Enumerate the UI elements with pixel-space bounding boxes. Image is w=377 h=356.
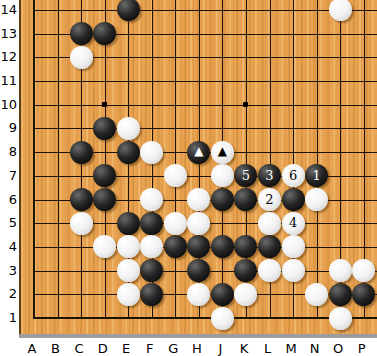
column-label: O bbox=[328, 341, 348, 356]
white-stone[interactable]: 6 bbox=[282, 164, 305, 187]
white-stone[interactable] bbox=[211, 164, 234, 187]
row-label: 6 bbox=[0, 193, 17, 207]
black-stone[interactable] bbox=[187, 259, 210, 282]
row-label: 3 bbox=[0, 264, 17, 278]
row-label: 7 bbox=[0, 169, 17, 183]
star-point bbox=[243, 102, 248, 107]
triangle-mark-icon: ▲ bbox=[218, 145, 227, 157]
grid-horizontal-line bbox=[33, 10, 377, 11]
white-stone[interactable] bbox=[164, 212, 187, 235]
column-label: D bbox=[93, 341, 113, 356]
white-stone[interactable] bbox=[234, 283, 257, 306]
black-stone[interactable]: 3 bbox=[258, 164, 281, 187]
row-label: 11 bbox=[0, 74, 17, 88]
black-stone[interactable] bbox=[211, 188, 234, 211]
move-number-label: 2 bbox=[265, 193, 273, 206]
white-stone[interactable] bbox=[187, 283, 210, 306]
column-label: L bbox=[258, 341, 278, 356]
triangle-mark-icon: ▲ bbox=[194, 145, 203, 157]
row-label: 2 bbox=[0, 287, 17, 301]
row-label: 4 bbox=[0, 240, 17, 254]
white-stone[interactable] bbox=[117, 235, 140, 258]
black-stone[interactable] bbox=[234, 235, 257, 258]
grid-horizontal-line bbox=[33, 128, 377, 129]
column-label: F bbox=[140, 341, 160, 356]
black-stone[interactable] bbox=[187, 235, 210, 258]
row-label: 5 bbox=[0, 216, 17, 230]
black-stone[interactable] bbox=[234, 259, 257, 282]
star-point bbox=[102, 102, 107, 107]
move-number-label: 4 bbox=[289, 216, 297, 229]
white-stone[interactable]: ▲ bbox=[211, 141, 234, 164]
column-label: C bbox=[69, 341, 89, 356]
white-stone[interactable] bbox=[329, 259, 352, 282]
white-stone[interactable] bbox=[258, 259, 281, 282]
move-number-label: 3 bbox=[265, 169, 273, 182]
white-stone[interactable] bbox=[282, 235, 305, 258]
white-stone[interactable] bbox=[305, 188, 328, 211]
white-stone[interactable] bbox=[329, 307, 352, 330]
row-label: 9 bbox=[0, 121, 17, 135]
grid-horizontal-line bbox=[33, 105, 377, 106]
white-stone[interactable] bbox=[329, 0, 352, 21]
column-label: B bbox=[46, 341, 66, 356]
white-stone[interactable] bbox=[187, 188, 210, 211]
white-stone[interactable] bbox=[140, 188, 163, 211]
black-stone[interactable] bbox=[329, 283, 352, 306]
black-stone[interactable] bbox=[117, 141, 140, 164]
white-stone[interactable]: 4 bbox=[282, 212, 305, 235]
black-stone[interactable] bbox=[140, 283, 163, 306]
black-stone[interactable] bbox=[164, 235, 187, 258]
black-stone[interactable] bbox=[117, 0, 140, 21]
column-label: E bbox=[116, 341, 136, 356]
black-stone[interactable] bbox=[211, 235, 234, 258]
board-edge-shadow bbox=[19, 334, 377, 338]
grid-horizontal-line bbox=[33, 81, 377, 82]
white-stone[interactable]: 2 bbox=[258, 188, 281, 211]
column-label: M bbox=[281, 341, 301, 356]
row-label: 1 bbox=[0, 311, 17, 325]
move-number-label: 1 bbox=[312, 169, 320, 182]
column-label: P bbox=[352, 341, 372, 356]
black-stone[interactable] bbox=[211, 283, 234, 306]
black-stone[interactable] bbox=[282, 188, 305, 211]
white-stone[interactable] bbox=[70, 46, 93, 69]
white-stone[interactable] bbox=[164, 164, 187, 187]
column-label: J bbox=[210, 341, 230, 356]
column-label: A bbox=[22, 341, 42, 356]
row-label: 10 bbox=[0, 98, 17, 112]
white-stone[interactable] bbox=[117, 117, 140, 140]
white-stone[interactable] bbox=[70, 212, 93, 235]
go-board-diagram[interactable]: ▲531▲624 bbox=[19, 0, 377, 334]
black-stone[interactable]: ▲ bbox=[187, 141, 210, 164]
column-label: K bbox=[234, 341, 254, 356]
row-label: 8 bbox=[0, 145, 17, 159]
black-stone[interactable] bbox=[93, 188, 116, 211]
black-stone[interactable] bbox=[70, 22, 93, 45]
white-stone[interactable] bbox=[117, 283, 140, 306]
white-stone[interactable] bbox=[352, 259, 375, 282]
black-stone[interactable] bbox=[70, 188, 93, 211]
column-label: G bbox=[163, 341, 183, 356]
column-label: H bbox=[187, 341, 207, 356]
row-label: 12 bbox=[0, 50, 17, 64]
white-stone[interactable] bbox=[187, 212, 210, 235]
move-number-label: 6 bbox=[289, 169, 297, 182]
row-label: 14 bbox=[0, 3, 17, 17]
black-stone[interactable]: 1 bbox=[305, 164, 328, 187]
white-stone[interactable] bbox=[140, 235, 163, 258]
black-stone[interactable] bbox=[352, 283, 375, 306]
black-stone[interactable] bbox=[93, 164, 116, 187]
column-label: N bbox=[305, 341, 325, 356]
white-stone[interactable] bbox=[258, 212, 281, 235]
black-stone[interactable]: 5 bbox=[234, 164, 257, 187]
black-stone[interactable] bbox=[258, 235, 281, 258]
black-stone[interactable] bbox=[140, 212, 163, 235]
black-stone[interactable] bbox=[117, 212, 140, 235]
white-stone[interactable] bbox=[282, 259, 305, 282]
white-stone[interactable] bbox=[93, 235, 116, 258]
black-stone[interactable] bbox=[70, 141, 93, 164]
white-stone[interactable] bbox=[305, 283, 328, 306]
white-stone[interactable] bbox=[117, 259, 140, 282]
white-stone[interactable] bbox=[211, 307, 234, 330]
black-stone[interactable] bbox=[140, 259, 163, 282]
white-stone[interactable] bbox=[140, 141, 163, 164]
black-stone[interactable] bbox=[93, 117, 116, 140]
row-label: 13 bbox=[0, 27, 17, 41]
move-number-label: 5 bbox=[242, 169, 250, 182]
black-stone[interactable] bbox=[234, 188, 257, 211]
black-stone[interactable] bbox=[93, 22, 116, 45]
grid-horizontal-line bbox=[33, 317, 377, 319]
